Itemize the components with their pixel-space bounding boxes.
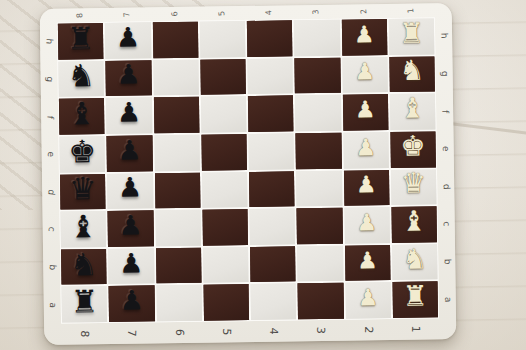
square-f3 [295, 95, 341, 131]
square-a6 [156, 285, 202, 321]
file-label-right-g: g [439, 71, 448, 77]
board-corner [44, 324, 61, 345]
square-e8: ♚ [59, 136, 105, 172]
square-b4 [250, 246, 296, 282]
rank-label-top-8: 8 [76, 12, 84, 18]
square-h5 [200, 21, 246, 57]
square-g5 [200, 59, 246, 95]
square-f2: ♟ [342, 94, 388, 130]
chess-board: 87654321 hgfedcba ♜♟♟♜♞♟♟♞♝♟♟♝♚♟♟♚♛♟♟♛♝♟… [40, 3, 457, 345]
square-c8: ♝ [61, 211, 107, 247]
square-f1: ♝ [390, 94, 436, 130]
square-a1: ♜ [392, 282, 438, 318]
rank-label-bottom-2: 2 [363, 326, 374, 333]
square-h6 [152, 22, 198, 58]
square-c3 [297, 208, 343, 244]
square-g3 [295, 57, 341, 93]
rank-label-bottom-3: 3 [315, 327, 326, 334]
square-g7: ♟ [106, 60, 152, 96]
square-b5 [203, 247, 249, 283]
rank-label-top-3: 3 [312, 9, 320, 15]
square-h2: ♟ [341, 19, 387, 55]
square-b3 [297, 245, 343, 281]
board-corner [439, 318, 456, 339]
square-b2: ♟ [345, 245, 391, 281]
square-h1: ♜ [389, 18, 435, 54]
file-label-right-f: f [440, 110, 449, 114]
square-b8: ♞ [61, 249, 107, 285]
square-b7: ♟ [108, 248, 154, 284]
square-c5 [202, 209, 248, 245]
square-e3 [296, 133, 342, 169]
square-a4 [251, 284, 297, 320]
file-label-right-c: c [442, 221, 451, 226]
board-squares: ♜♟♟♜♞♟♟♞♝♟♟♝♚♟♟♚♛♟♟♛♝♟♟♝♞♟♟♞♜♟♟♜ [57, 17, 439, 323]
square-h3 [294, 20, 340, 56]
square-a2: ♟ [345, 282, 391, 318]
rank-label-top-2: 2 [360, 8, 368, 14]
square-c4 [249, 208, 295, 244]
square-f8: ♝ [59, 98, 105, 134]
square-c1: ♝ [391, 206, 437, 242]
square-h8: ♜ [58, 23, 104, 59]
file-label-right-a: a [443, 296, 452, 302]
square-d5 [202, 172, 248, 208]
file-label-left-a: a [48, 302, 57, 308]
rank-label-top-5: 5 [218, 10, 226, 16]
square-g4 [247, 58, 293, 94]
square-f5 [201, 96, 247, 132]
board-corner [435, 3, 452, 17]
file-label-left-b: b [47, 264, 56, 271]
rank-label-bottom-8: 8 [79, 330, 90, 337]
square-b6 [156, 247, 202, 283]
square-a5 [203, 284, 249, 320]
file-label-right-e: e [441, 146, 450, 152]
file-label-left-h: h [44, 38, 53, 45]
board-corner [40, 9, 57, 23]
square-g6 [153, 59, 199, 95]
rank-label-bottom-4: 4 [268, 327, 279, 334]
file-label-left-d: d [46, 189, 55, 196]
coordinate-labels-bottom: 87654321 [61, 318, 439, 344]
wood-table-background: 87654321 hgfedcba ♜♟♟♜♞♟♟♞♝♟♟♝♚♟♟♚♛♟♟♛♝♟… [0, 0, 526, 350]
square-c7: ♟ [108, 210, 154, 246]
square-g2: ♟ [342, 57, 388, 93]
square-e1: ♚ [390, 131, 436, 167]
file-label-right-d: d [441, 183, 450, 189]
square-e5 [201, 134, 247, 170]
square-d8: ♛ [60, 173, 106, 209]
square-e2: ♟ [343, 132, 389, 168]
square-f6 [153, 97, 199, 133]
rank-label-top-7: 7 [123, 12, 131, 18]
square-b1: ♞ [392, 244, 438, 280]
rank-label-top-6: 6 [171, 11, 179, 17]
file-label-left-c: c [47, 227, 56, 233]
square-d7: ♟ [107, 173, 153, 209]
square-g8: ♞ [58, 61, 104, 97]
square-d1: ♛ [391, 169, 437, 205]
square-h7: ♟ [105, 22, 151, 58]
rank-label-bottom-1: 1 [410, 325, 421, 332]
rank-label-top-1: 1 [407, 8, 415, 14]
square-d4 [249, 171, 295, 207]
square-d2: ♟ [343, 170, 389, 206]
square-e4 [248, 133, 294, 169]
square-g1: ♞ [389, 56, 435, 92]
coordinate-labels-right: hgfedcba [435, 17, 456, 318]
rank-label-top-4: 4 [265, 10, 273, 16]
square-a8: ♜ [62, 286, 108, 322]
square-a3 [298, 283, 344, 319]
square-c2: ♟ [344, 207, 390, 243]
square-d6 [154, 172, 200, 208]
file-label-right-h: h [439, 33, 448, 39]
square-f4 [248, 96, 294, 132]
square-c6 [155, 210, 201, 246]
file-label-left-e: e [45, 151, 54, 157]
rank-label-bottom-5: 5 [221, 328, 232, 335]
square-f7: ♟ [106, 98, 152, 134]
square-e6 [154, 135, 200, 171]
file-label-left-f: f [45, 115, 54, 119]
square-h4 [247, 20, 293, 56]
square-e7: ♟ [107, 135, 153, 171]
square-a7: ♟ [109, 286, 155, 322]
file-label-right-b: b [442, 259, 451, 265]
square-d3 [296, 170, 342, 206]
file-label-left-g: g [44, 76, 53, 83]
rank-label-bottom-7: 7 [126, 329, 137, 336]
rank-label-bottom-6: 6 [174, 329, 185, 336]
